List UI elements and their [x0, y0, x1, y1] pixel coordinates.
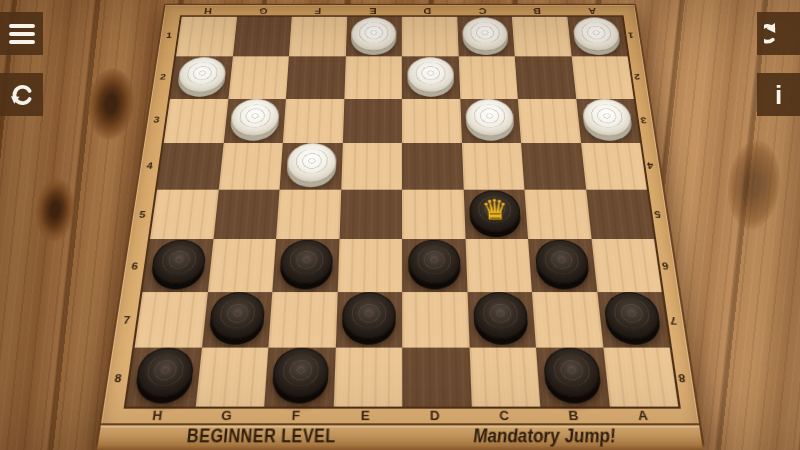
cell-f3[interactable]: [283, 99, 344, 143]
file-label-H: H: [180, 5, 236, 15]
cell-d6[interactable]: [402, 239, 467, 291]
board-grid: ♛: [124, 15, 681, 408]
cell-e2[interactable]: [344, 57, 402, 99]
file-label-E: E: [345, 5, 400, 15]
white-man-e1[interactable]: [351, 17, 397, 51]
cell-a2[interactable]: [571, 57, 634, 99]
cell-e8[interactable]: [333, 347, 402, 406]
cell-g2[interactable]: [228, 57, 289, 99]
black-man-d6[interactable]: [408, 240, 461, 284]
hamburger-menu-icon: [9, 24, 35, 44]
file-label-B: B: [538, 409, 609, 424]
cell-a7[interactable]: [597, 292, 670, 348]
cell-e3[interactable]: [342, 99, 402, 143]
cell-c5[interactable]: ♛: [463, 190, 528, 240]
undo-arrow-icon: [764, 19, 794, 49]
white-man-c1[interactable]: [462, 17, 509, 51]
file-label-G: G: [235, 5, 291, 15]
cell-b2[interactable]: [515, 57, 576, 99]
black-king-c5[interactable]: ♛: [469, 190, 522, 232]
restart-icon: [7, 80, 37, 110]
cell-e6[interactable]: [337, 239, 402, 291]
cell-f4[interactable]: [280, 143, 343, 190]
cell-e4[interactable]: [341, 143, 402, 190]
wood-knot: [723, 138, 784, 233]
cell-d5[interactable]: [402, 190, 465, 240]
file-label-H: H: [122, 409, 193, 424]
black-man-h6[interactable]: [150, 240, 207, 284]
black-man-e7[interactable]: [342, 292, 396, 339]
wood-knot: [33, 176, 77, 244]
cell-d1[interactable]: [402, 17, 459, 57]
cell-a3[interactable]: [576, 99, 640, 143]
cell-c4[interactable]: [461, 143, 524, 190]
cell-b7[interactable]: [532, 292, 603, 348]
white-man-d2[interactable]: [407, 57, 454, 92]
cell-h4[interactable]: [157, 143, 223, 190]
cell-g1[interactable]: [232, 17, 291, 57]
cell-c3[interactable]: [460, 99, 521, 143]
cell-h3[interactable]: [164, 99, 228, 143]
black-man-b8[interactable]: [542, 348, 602, 398]
file-label-D: D: [400, 409, 470, 424]
cell-a4[interactable]: [581, 143, 647, 190]
cell-d4[interactable]: [402, 143, 463, 190]
cell-d8[interactable]: [402, 347, 471, 406]
cell-c6[interactable]: [465, 239, 532, 291]
cell-a8[interactable]: [603, 347, 678, 406]
black-man-f6[interactable]: [279, 240, 333, 284]
cell-g8[interactable]: [195, 347, 268, 406]
status-message: Mandatory Jump!: [418, 425, 672, 446]
white-man-f4[interactable]: [286, 143, 337, 182]
cell-e1[interactable]: [345, 17, 401, 57]
cell-b8[interactable]: [536, 347, 609, 406]
menu-button[interactable]: [0, 12, 43, 55]
cell-b1[interactable]: [512, 17, 571, 57]
cell-f2[interactable]: [286, 57, 345, 99]
cell-d7[interactable]: [402, 292, 469, 348]
cell-f1[interactable]: [289, 17, 347, 57]
white-man-a3[interactable]: [581, 99, 633, 136]
cell-g4[interactable]: [218, 143, 283, 190]
column-labels-bottom: HGFEDCBA: [122, 409, 679, 424]
info-icon: i: [775, 82, 782, 108]
cell-f6[interactable]: [272, 239, 339, 291]
white-man-g3[interactable]: [230, 99, 281, 136]
cell-f5[interactable]: [276, 190, 341, 240]
level-label: BEGINNER LEVEL: [152, 425, 371, 446]
cell-e7[interactable]: [335, 292, 402, 348]
black-man-b6[interactable]: [534, 240, 590, 284]
cell-g5[interactable]: [213, 190, 280, 240]
file-label-C: C: [469, 409, 539, 424]
file-label-E: E: [330, 409, 400, 424]
file-label-C: C: [455, 5, 510, 15]
white-man-a1[interactable]: [572, 17, 621, 51]
cell-a5[interactable]: [586, 190, 654, 240]
cell-e5[interactable]: [339, 190, 402, 240]
cell-f7[interactable]: [268, 292, 337, 348]
white-man-c3[interactable]: [465, 99, 515, 136]
cell-b4[interactable]: [521, 143, 586, 190]
cell-h1[interactable]: [176, 17, 237, 57]
black-man-f8[interactable]: [271, 348, 329, 398]
file-label-G: G: [191, 409, 262, 424]
cell-c7[interactable]: [467, 292, 536, 348]
white-man-h2[interactable]: [176, 57, 227, 92]
cell-d3[interactable]: [402, 99, 462, 143]
cell-a1[interactable]: [567, 17, 628, 57]
cell-g6[interactable]: [207, 239, 276, 291]
undo-button[interactable]: [757, 12, 800, 55]
file-label-A: A: [607, 409, 678, 424]
file-label-F: F: [290, 5, 345, 15]
black-man-c7[interactable]: [473, 292, 529, 339]
cell-d2[interactable]: [402, 57, 460, 99]
cell-h7[interactable]: [135, 292, 208, 348]
black-man-a7[interactable]: [603, 292, 662, 339]
checkers-board: HGFEDCBA 12345678 12345678 ♛ HGFEDCBA BE…: [95, 4, 704, 447]
info-button[interactable]: i: [757, 73, 800, 116]
cell-b6[interactable]: [528, 239, 597, 291]
cell-h6[interactable]: [143, 239, 213, 291]
file-label-F: F: [261, 409, 331, 424]
cell-g7[interactable]: [201, 292, 272, 348]
cell-c8[interactable]: [469, 347, 540, 406]
checkers-app-screen: HGFEDCBA 12345678 12345678 ♛ HGFEDCBA BE…: [0, 0, 800, 450]
wood-knot: [84, 66, 137, 142]
crown-icon: ♛: [481, 196, 510, 224]
cell-b3[interactable]: [518, 99, 581, 143]
cell-c2[interactable]: [458, 57, 518, 99]
black-man-h8[interactable]: [134, 348, 195, 398]
cell-h5[interactable]: [150, 190, 218, 240]
cell-h8[interactable]: [126, 347, 201, 406]
restart-button[interactable]: [0, 73, 43, 116]
board-front-face: BEGINNER LEVEL Mandatory Jump!: [97, 423, 703, 450]
file-label-D: D: [400, 5, 455, 15]
column-labels-top: HGFEDCBA: [180, 5, 620, 15]
file-label-B: B: [509, 5, 565, 15]
cell-h2[interactable]: [170, 57, 232, 99]
cell-b5[interactable]: [524, 190, 591, 240]
cell-c1[interactable]: [457, 17, 515, 57]
cell-f8[interactable]: [264, 347, 335, 406]
file-label-A: A: [564, 5, 620, 15]
cell-a6[interactable]: [591, 239, 662, 291]
cell-g3[interactable]: [223, 99, 286, 143]
black-man-g7[interactable]: [209, 292, 267, 339]
